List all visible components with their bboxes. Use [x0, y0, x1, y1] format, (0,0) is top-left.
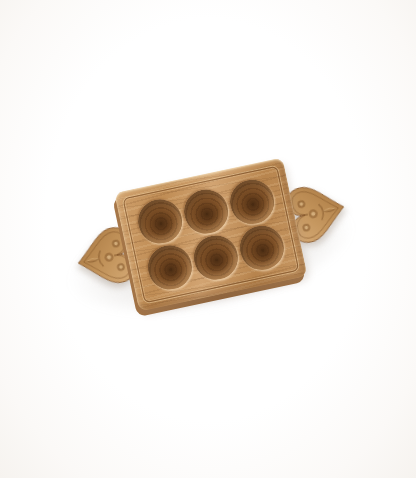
- pit-r0-c2[interactable]: [226, 175, 278, 227]
- pit-r0-c0[interactable]: [134, 195, 186, 247]
- pit-seeds: [141, 202, 179, 240]
- tray: [114, 157, 307, 311]
- pit-seeds: [187, 192, 225, 230]
- pit-r1-c2[interactable]: [236, 222, 288, 274]
- pit-r1-c1[interactable]: [190, 232, 242, 284]
- pit-r1-c0[interactable]: [143, 241, 195, 293]
- pit-seeds: [233, 182, 271, 220]
- pit-seeds: [151, 249, 189, 287]
- photo-scene: [0, 0, 416, 478]
- mancala-board: [65, 143, 356, 326]
- pit-seeds: [243, 229, 281, 267]
- pit-seeds: [197, 239, 235, 277]
- pit-r0-c1[interactable]: [180, 185, 232, 237]
